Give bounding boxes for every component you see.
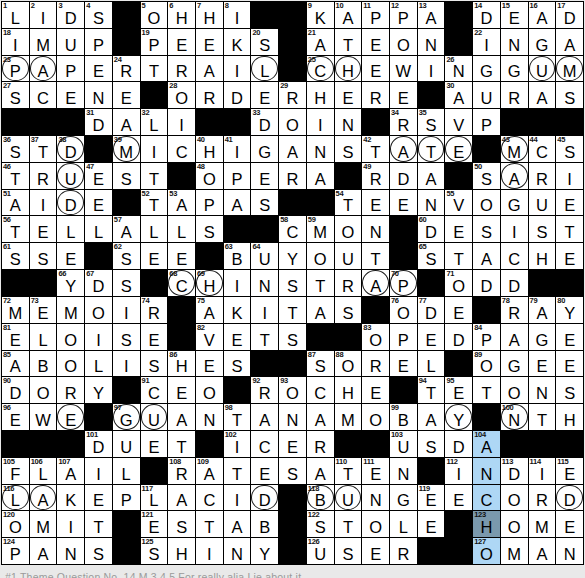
cell-r20c13[interactable]: T xyxy=(335,511,362,537)
cell-r18c14[interactable]: 111E xyxy=(362,458,389,484)
cell-r8c10[interactable]: S xyxy=(251,190,278,216)
cell-r8c20[interactable]: U xyxy=(529,190,556,216)
cell-r6c7[interactable]: C xyxy=(168,136,195,162)
cell-r21c3[interactable]: N xyxy=(57,538,84,564)
cell-r2c19[interactable]: N xyxy=(501,29,528,55)
cell-r16c16[interactable]: A xyxy=(418,404,445,430)
cell-r11c17[interactable]: 71O xyxy=(445,270,472,296)
cell-r5c4[interactable]: 31D xyxy=(85,109,112,135)
cell-r15c12[interactable]: C xyxy=(307,377,334,403)
cell-r1c12[interactable]: 9K xyxy=(307,2,334,28)
cell-r4c5[interactable]: E xyxy=(113,82,140,108)
cell-r11c8[interactable]: 69H xyxy=(196,270,223,296)
cell-r11c12[interactable]: T xyxy=(307,270,334,296)
cell-r7c1[interactable]: 46T xyxy=(2,163,29,189)
cell-r15c10[interactable]: 92R xyxy=(251,377,278,403)
cell-r12c10[interactable]: I xyxy=(251,297,278,323)
cell-r20c21[interactable]: E xyxy=(556,511,583,537)
cell-r4c17[interactable]: 30A xyxy=(445,82,472,108)
cell-r6c11[interactable]: A xyxy=(279,136,306,162)
cell-r9c14[interactable]: N xyxy=(362,216,389,242)
cell-r15c11[interactable]: 93O xyxy=(279,377,306,403)
cell-r4c11[interactable]: 29R xyxy=(279,82,306,108)
cell-r21c2[interactable]: A xyxy=(30,538,57,564)
cell-r7c20[interactable]: R xyxy=(529,163,556,189)
cell-r3c1[interactable]: 23P xyxy=(2,56,29,82)
cell-r10c6[interactable]: E xyxy=(141,243,168,269)
cell-r13c15[interactable]: P xyxy=(390,324,417,350)
cell-r11c14[interactable]: A xyxy=(362,270,389,296)
cell-r13c14[interactable]: 83O xyxy=(362,324,389,350)
cell-r4c14[interactable]: R xyxy=(362,82,389,108)
cell-r11c4[interactable]: 67D xyxy=(85,270,112,296)
cell-r11c3[interactable]: 66Y xyxy=(57,270,84,296)
cell-r2c2[interactable]: M xyxy=(30,29,57,55)
cell-r1c13[interactable]: 10A xyxy=(335,2,362,28)
cell-r18c4[interactable]: I xyxy=(85,458,112,484)
cell-r13c2[interactable]: L xyxy=(30,324,57,350)
cell-r10c20[interactable]: H xyxy=(529,243,556,269)
cell-r4c12[interactable]: H xyxy=(307,82,334,108)
cell-r10c18[interactable]: A xyxy=(473,243,500,269)
cell-r20c16[interactable]: E xyxy=(418,511,445,537)
cell-r12c8[interactable]: 75A xyxy=(196,297,223,323)
cell-r11c5[interactable]: S xyxy=(113,270,140,296)
cell-r13c9[interactable]: E xyxy=(224,324,251,350)
cell-r4c7[interactable]: 28O xyxy=(168,82,195,108)
cell-r13c3[interactable]: O xyxy=(57,324,84,350)
cell-r3c9[interactable]: I xyxy=(224,56,251,82)
cell-r20c10[interactable]: B xyxy=(251,511,278,537)
cell-r19c2[interactable]: A xyxy=(30,485,57,511)
cell-r15c17[interactable]: 95E xyxy=(445,377,472,403)
cell-r19c3[interactable]: K xyxy=(57,485,84,511)
cell-r17c12[interactable]: R xyxy=(307,431,334,457)
cell-r7c4[interactable]: 47E xyxy=(85,163,112,189)
cell-r2c4[interactable]: P xyxy=(85,29,112,55)
cell-r7c3[interactable]: U xyxy=(57,163,84,189)
cell-r9c20[interactable]: S xyxy=(529,216,556,242)
cell-r12c12[interactable]: A xyxy=(307,297,334,323)
cell-r9c13[interactable]: O xyxy=(335,216,362,242)
cell-r10c11[interactable]: Y xyxy=(279,243,306,269)
cell-r14c4[interactable]: L xyxy=(85,351,112,377)
cell-r3c21[interactable]: M xyxy=(556,56,583,82)
cell-r1c8[interactable]: 7H xyxy=(196,2,223,28)
cell-r1c7[interactable]: 6H xyxy=(168,2,195,28)
cell-r5c12[interactable]: I xyxy=(307,109,334,135)
cell-r4c18[interactable]: U xyxy=(473,82,500,108)
cell-r14c1[interactable]: 85A xyxy=(2,351,29,377)
cell-r1c3[interactable]: 3D xyxy=(57,2,84,28)
cell-r15c6[interactable]: 91C xyxy=(141,377,168,403)
cell-r20c19[interactable]: O xyxy=(501,511,528,537)
cell-r3c20[interactable]: U xyxy=(529,56,556,82)
cell-r7c10[interactable]: E xyxy=(251,163,278,189)
cell-r8c9[interactable]: A xyxy=(224,190,251,216)
cell-r14c3[interactable]: O xyxy=(57,351,84,377)
cell-r13c18[interactable]: 84P xyxy=(473,324,500,350)
cell-r8c16[interactable]: N xyxy=(418,190,445,216)
cell-r12c20[interactable]: 79A xyxy=(529,297,556,323)
cell-r15c8[interactable]: O xyxy=(196,377,223,403)
cell-r13c19[interactable]: A xyxy=(501,324,528,350)
cell-r4c20[interactable]: A xyxy=(529,82,556,108)
cell-r16c21[interactable]: H xyxy=(556,404,583,430)
cell-r10c7[interactable]: E xyxy=(168,243,195,269)
cell-r21c21[interactable]: N xyxy=(556,538,583,564)
cell-r5c11[interactable]: O xyxy=(279,109,306,135)
cell-r18c3[interactable]: 107A xyxy=(57,458,84,484)
cell-r18c10[interactable]: E xyxy=(251,458,278,484)
cell-r8c17[interactable]: 55V xyxy=(445,190,472,216)
cell-r1c6[interactable]: 5O xyxy=(141,2,168,28)
cell-r3c15[interactable]: W xyxy=(390,56,417,82)
cell-r18c5[interactable]: L xyxy=(113,458,140,484)
cell-r11c15[interactable]: 70P xyxy=(390,270,417,296)
cell-r18c19[interactable]: 113D xyxy=(501,458,528,484)
cell-r19c7[interactable]: A xyxy=(168,485,195,511)
cell-r9c21[interactable]: T xyxy=(556,216,583,242)
cell-r18c12[interactable]: A xyxy=(307,458,334,484)
cell-r9c16[interactable]: 60D xyxy=(418,216,445,242)
cell-r18c11[interactable]: S xyxy=(279,458,306,484)
cell-r19c4[interactable]: E xyxy=(85,485,112,511)
cell-r5c5[interactable]: A xyxy=(113,109,140,135)
cell-r2c1[interactable]: 18I xyxy=(2,29,29,55)
cell-r7c11[interactable]: R xyxy=(279,163,306,189)
cell-r21c1[interactable]: 124P xyxy=(2,538,29,564)
cell-r12c19[interactable]: 78R xyxy=(501,297,528,323)
cell-r6c16[interactable]: T xyxy=(418,136,445,162)
cell-r7c9[interactable]: P xyxy=(224,163,251,189)
cell-r9c18[interactable]: S xyxy=(473,216,500,242)
cell-r5c10[interactable]: 33D xyxy=(251,109,278,135)
cell-r12c4[interactable]: O xyxy=(85,297,112,323)
cell-r14c18[interactable]: 89O xyxy=(473,351,500,377)
cell-r19c19[interactable]: O xyxy=(501,485,528,511)
cell-r1c15[interactable]: 12P xyxy=(390,2,417,28)
cell-r13c8[interactable]: 82V xyxy=(196,324,223,350)
cell-r15c3[interactable]: R xyxy=(57,377,84,403)
cell-r4c10[interactable]: E xyxy=(251,82,278,108)
cell-r21c20[interactable]: A xyxy=(529,538,556,564)
cell-r3c12[interactable]: 25C xyxy=(307,56,334,82)
cell-r2c21[interactable]: A xyxy=(556,29,583,55)
cell-r1c14[interactable]: 11P xyxy=(362,2,389,28)
cell-r16c10[interactable]: A xyxy=(251,404,278,430)
cell-r10c9[interactable]: 63B xyxy=(224,243,251,269)
cell-r6c3[interactable]: 38D xyxy=(57,136,84,162)
cell-r21c4[interactable]: S xyxy=(85,538,112,564)
cell-r6c2[interactable]: 37T xyxy=(30,136,57,162)
cell-r6c19[interactable]: 43M xyxy=(501,136,528,162)
cell-r3c18[interactable]: G xyxy=(473,56,500,82)
cell-r5c16[interactable]: 35S xyxy=(418,109,445,135)
cell-r21c12[interactable]: 126U xyxy=(307,538,334,564)
cell-r16c13[interactable]: M xyxy=(335,404,362,430)
cell-r17c16[interactable]: S xyxy=(418,431,445,457)
cell-r7c18[interactable]: 50S xyxy=(473,163,500,189)
cell-r19c12[interactable]: 118B xyxy=(307,485,334,511)
cell-r7c14[interactable]: 49R xyxy=(362,163,389,189)
cell-r12c17[interactable]: E xyxy=(445,297,472,323)
cell-r6c20[interactable]: 44C xyxy=(529,136,556,162)
cell-r17c10[interactable]: C xyxy=(251,431,278,457)
cell-r11c19[interactable]: D xyxy=(501,270,528,296)
cell-r2c8[interactable]: E xyxy=(196,29,223,55)
cell-r7c15[interactable]: D xyxy=(390,163,417,189)
cell-r21c14[interactable]: E xyxy=(362,538,389,564)
cell-r10c10[interactable]: 64U xyxy=(251,243,278,269)
cell-r16c19[interactable]: 100N xyxy=(501,404,528,430)
cell-r21c19[interactable]: M xyxy=(501,538,528,564)
cell-r15c7[interactable]: E xyxy=(168,377,195,403)
cell-r15c14[interactable]: E xyxy=(362,377,389,403)
cell-r1c21[interactable]: 17D xyxy=(556,2,583,28)
cell-r16c17[interactable]: Y xyxy=(445,404,472,430)
cell-r3c14[interactable]: E xyxy=(362,56,389,82)
cell-r6c10[interactable]: G xyxy=(251,136,278,162)
cell-r10c3[interactable]: E xyxy=(57,243,84,269)
cell-r4c2[interactable]: C xyxy=(30,82,57,108)
cell-r8c3[interactable]: D xyxy=(57,190,84,216)
cell-r10c14[interactable]: T xyxy=(362,243,389,269)
cell-r18c9[interactable]: T xyxy=(224,458,251,484)
cell-r13c5[interactable]: S xyxy=(113,324,140,350)
cell-r4c15[interactable]: E xyxy=(390,82,417,108)
cell-r16c8[interactable]: N xyxy=(196,404,223,430)
cell-r1c2[interactable]: 2I xyxy=(30,2,57,28)
cell-r19c14[interactable]: N xyxy=(362,485,389,511)
cell-r2c16[interactable]: N xyxy=(418,29,445,55)
cell-r21c15[interactable]: R xyxy=(390,538,417,564)
cell-r14c6[interactable]: S xyxy=(141,351,168,377)
cell-r21c6[interactable]: 125S xyxy=(141,538,168,564)
cell-r16c9[interactable]: 98T xyxy=(224,404,251,430)
cell-r4c21[interactable]: S xyxy=(556,82,583,108)
cell-r7c16[interactable]: A xyxy=(418,163,445,189)
cell-r18c13[interactable]: 110T xyxy=(335,458,362,484)
cell-r6c12[interactable]: N xyxy=(307,136,334,162)
cell-r10c2[interactable]: S xyxy=(30,243,57,269)
cell-r9c7[interactable]: L xyxy=(168,216,195,242)
cell-r12c3[interactable]: M xyxy=(57,297,84,323)
cell-r20c7[interactable]: S xyxy=(168,511,195,537)
cell-r12c11[interactable]: T xyxy=(279,297,306,323)
cell-r2c20[interactable]: G xyxy=(529,29,556,55)
cell-r1c9[interactable]: 8I xyxy=(224,2,251,28)
cell-r14c16[interactable]: L xyxy=(418,351,445,377)
cell-r19c17[interactable]: E xyxy=(445,485,472,511)
cell-r20c12[interactable]: 122S xyxy=(307,511,334,537)
cell-r16c7[interactable]: A xyxy=(168,404,195,430)
cell-r3c4[interactable]: E xyxy=(85,56,112,82)
cell-r20c4[interactable]: T xyxy=(85,511,112,537)
cell-r16c15[interactable]: 99B xyxy=(390,404,417,430)
cell-r19c13[interactable]: U xyxy=(335,485,362,511)
cell-r10c1[interactable]: 61S xyxy=(2,243,29,269)
cell-r8c19[interactable]: G xyxy=(501,190,528,216)
cell-r7c5[interactable]: S xyxy=(113,163,140,189)
cell-r19c9[interactable]: I xyxy=(224,485,251,511)
cell-r13c6[interactable]: E xyxy=(141,324,168,350)
cell-r4c1[interactable]: 27S xyxy=(2,82,29,108)
cell-r9c3[interactable]: L xyxy=(57,216,84,242)
cell-r20c15[interactable]: L xyxy=(390,511,417,537)
cell-r17c18[interactable]: 104A xyxy=(473,431,500,457)
cell-r15c20[interactable]: N xyxy=(529,377,556,403)
cell-r12c2[interactable]: 73E xyxy=(30,297,57,323)
cell-r5c18[interactable]: P xyxy=(473,109,500,135)
cell-r18c7[interactable]: 108R xyxy=(168,458,195,484)
cell-r10c19[interactable]: C xyxy=(501,243,528,269)
cell-r12c1[interactable]: 72M xyxy=(2,297,29,323)
cell-r3c8[interactable]: A xyxy=(196,56,223,82)
cell-r19c10[interactable]: D xyxy=(251,485,278,511)
cell-r15c13[interactable]: H xyxy=(335,377,362,403)
cell-r8c6[interactable]: 52T xyxy=(141,190,168,216)
cell-r10c5[interactable]: 62S xyxy=(113,243,140,269)
cell-r6c13[interactable]: S xyxy=(335,136,362,162)
cell-r6c1[interactable]: 36S xyxy=(2,136,29,162)
cell-r13c1[interactable]: 81E xyxy=(2,324,29,350)
cell-r2c7[interactable]: E xyxy=(168,29,195,55)
cell-r14c20[interactable]: E xyxy=(529,351,556,377)
cell-r17c15[interactable]: 103U xyxy=(390,431,417,457)
cell-r20c2[interactable]: M xyxy=(30,511,57,537)
cell-r9c2[interactable]: E xyxy=(30,216,57,242)
cell-r20c14[interactable]: O xyxy=(362,511,389,537)
cell-r1c4[interactable]: 4S xyxy=(85,2,112,28)
cell-r12c9[interactable]: K xyxy=(224,297,251,323)
cell-r21c7[interactable]: H xyxy=(168,538,195,564)
cell-r8c13[interactable]: 54T xyxy=(335,190,362,216)
cell-r10c17[interactable]: T xyxy=(445,243,472,269)
cell-r10c16[interactable]: 65S xyxy=(418,243,445,269)
cell-r19c1[interactable]: 116L xyxy=(2,485,29,511)
cell-r2c15[interactable]: O xyxy=(390,29,417,55)
cell-r8c7[interactable]: 53A xyxy=(168,190,195,216)
cell-r8c21[interactable]: E xyxy=(556,190,583,216)
cell-r17c5[interactable]: U xyxy=(113,431,140,457)
cell-r3c2[interactable]: A xyxy=(30,56,57,82)
cell-r18c18[interactable]: N xyxy=(473,458,500,484)
cell-r3c17[interactable]: 26N xyxy=(445,56,472,82)
cell-r19c6[interactable]: 117L xyxy=(141,485,168,511)
cell-r11c13[interactable]: R xyxy=(335,270,362,296)
cell-r3c13[interactable]: H xyxy=(335,56,362,82)
cell-r2c14[interactable]: E xyxy=(362,29,389,55)
cell-r17c4[interactable]: 101D xyxy=(85,431,112,457)
cell-r1c16[interactable]: 13A xyxy=(418,2,445,28)
cell-r16c5[interactable]: 97G xyxy=(113,404,140,430)
cell-r19c5[interactable]: P xyxy=(113,485,140,511)
cell-r13c20[interactable]: G xyxy=(529,324,556,350)
cell-r9c12[interactable]: 59M xyxy=(307,216,334,242)
cell-r3c6[interactable]: T xyxy=(141,56,168,82)
cell-r9c6[interactable]: L xyxy=(141,216,168,242)
cell-r13c10[interactable]: T xyxy=(251,324,278,350)
cell-r19c18[interactable]: C xyxy=(473,485,500,511)
cell-r14c8[interactable]: E xyxy=(196,351,223,377)
cell-r7c12[interactable]: A xyxy=(307,163,334,189)
cell-r1c18[interactable]: 14D xyxy=(473,2,500,28)
cell-r7c21[interactable]: I xyxy=(556,163,583,189)
cell-r6c17[interactable]: E xyxy=(445,136,472,162)
cell-r8c4[interactable]: E xyxy=(85,190,112,216)
cell-r20c9[interactable]: A xyxy=(224,511,251,537)
cell-r17c11[interactable]: E xyxy=(279,431,306,457)
cell-r6c15[interactable]: A xyxy=(390,136,417,162)
cell-r12c16[interactable]: 77D xyxy=(418,297,445,323)
cell-r21c9[interactable]: N xyxy=(224,538,251,564)
cell-r14c13[interactable]: 88O xyxy=(335,351,362,377)
cell-r8c1[interactable]: 51A xyxy=(2,190,29,216)
cell-r5c13[interactable]: N xyxy=(335,109,362,135)
cell-r20c6[interactable]: 121E xyxy=(141,511,168,537)
cell-r20c20[interactable]: M xyxy=(529,511,556,537)
cell-r20c8[interactable]: T xyxy=(196,511,223,537)
cell-r16c6[interactable]: U xyxy=(141,404,168,430)
cell-r9c17[interactable]: E xyxy=(445,216,472,242)
cell-r13c16[interactable]: E xyxy=(418,324,445,350)
cell-r11c11[interactable]: S xyxy=(279,270,306,296)
cell-r19c15[interactable]: G xyxy=(390,485,417,511)
cell-r8c18[interactable]: O xyxy=(473,190,500,216)
cell-r15c16[interactable]: 94T xyxy=(418,377,445,403)
cell-r14c21[interactable]: E xyxy=(556,351,583,377)
selected-cell[interactable]: 123H xyxy=(473,511,500,537)
cell-r18c1[interactable]: 105F xyxy=(2,458,29,484)
cell-r3c10[interactable]: L xyxy=(251,56,278,82)
cell-r16c1[interactable]: 96E xyxy=(2,404,29,430)
cell-r9c11[interactable]: 58C xyxy=(279,216,306,242)
cell-r19c20[interactable]: R xyxy=(529,485,556,511)
cell-r9c19[interactable]: I xyxy=(501,216,528,242)
cell-r5c7[interactable]: I xyxy=(168,109,195,135)
cell-r4c13[interactable]: E xyxy=(335,82,362,108)
cell-r12c15[interactable]: 76O xyxy=(390,297,417,323)
cell-r11c7[interactable]: 68C xyxy=(168,270,195,296)
cell-r5c15[interactable]: 34R xyxy=(390,109,417,135)
cell-r15c1[interactable]: 90D xyxy=(2,377,29,403)
cell-r17c17[interactable]: D xyxy=(445,431,472,457)
cell-r4c9[interactable]: D xyxy=(224,82,251,108)
cell-r16c20[interactable]: T xyxy=(529,404,556,430)
cell-r18c8[interactable]: 109A xyxy=(196,458,223,484)
cell-r19c21[interactable]: D xyxy=(556,485,583,511)
cell-r9c5[interactable]: 57A xyxy=(113,216,140,242)
cell-r8c15[interactable]: E xyxy=(390,190,417,216)
cell-r6c9[interactable]: 41I xyxy=(224,136,251,162)
cell-r13c4[interactable]: I xyxy=(85,324,112,350)
cell-r14c9[interactable]: S xyxy=(224,351,251,377)
cell-r21c8[interactable]: I xyxy=(196,538,223,564)
cell-r8c2[interactable]: I xyxy=(30,190,57,216)
cell-r6c8[interactable]: 40H xyxy=(196,136,223,162)
cell-r4c19[interactable]: R xyxy=(501,82,528,108)
cell-r9c4[interactable]: L xyxy=(85,216,112,242)
cell-r12c21[interactable]: 80Y xyxy=(556,297,583,323)
cell-r15c4[interactable]: Y xyxy=(85,377,112,403)
cell-r3c3[interactable]: P xyxy=(57,56,84,82)
cell-r21c10[interactable]: Y xyxy=(251,538,278,564)
cell-r2c10[interactable]: 20S xyxy=(251,29,278,55)
cell-r10c13[interactable]: U xyxy=(335,243,362,269)
cell-r17c7[interactable]: T xyxy=(168,431,195,457)
cell-r1c20[interactable]: 16A xyxy=(529,2,556,28)
